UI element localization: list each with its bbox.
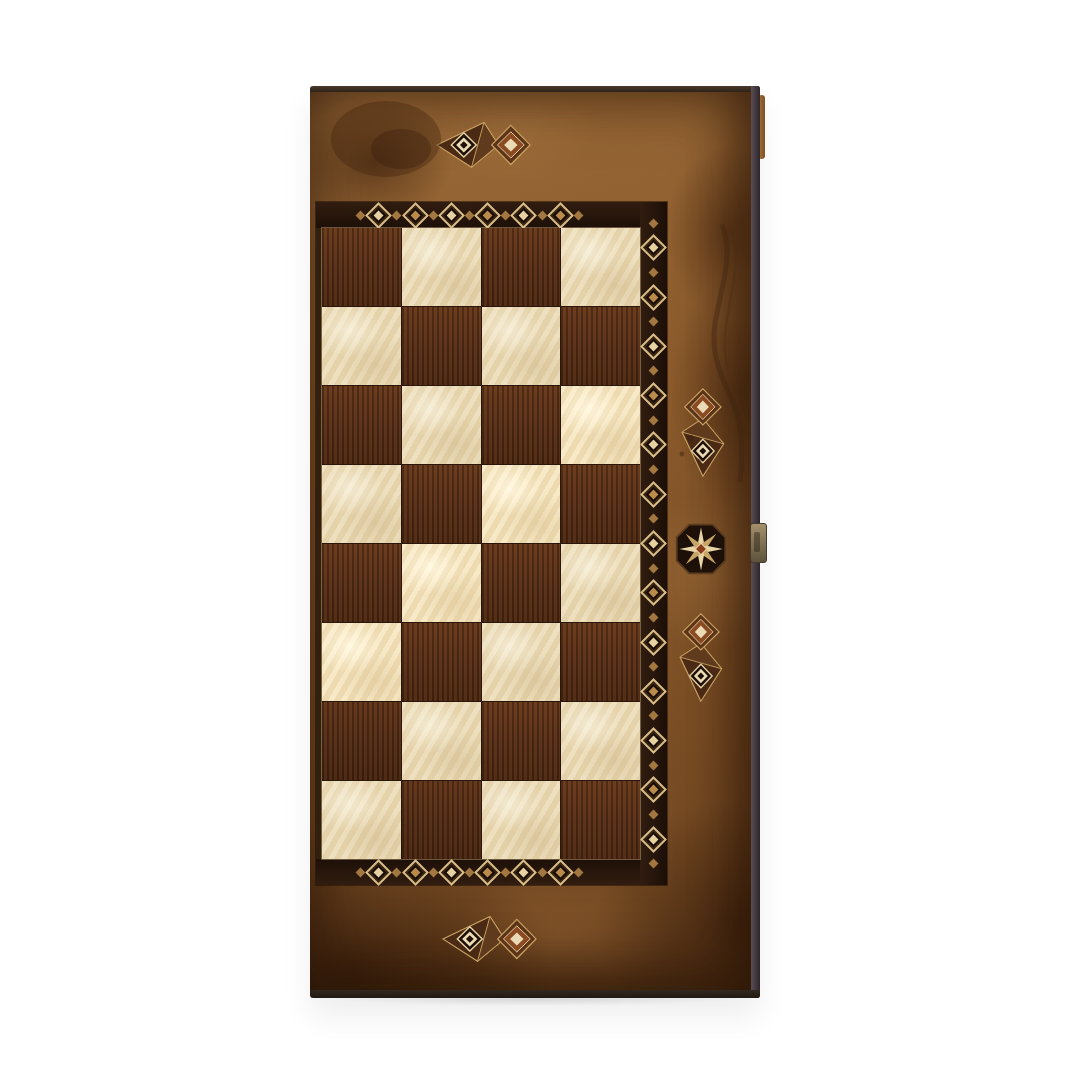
inlay-diamond-small [649,859,659,869]
kite-diamond-inlay-icon [674,613,726,703]
square-r6c1-light [322,623,401,701]
inlay-diamond-large [640,826,667,853]
inlay-diamond-small [649,612,659,622]
inlay-diamond-large [640,579,667,606]
square-r4c4-dark [561,465,640,543]
square-r2c3-light [482,307,561,385]
inlay-diamond-small [649,711,659,721]
square-r5c1-dark [322,544,401,622]
case-face-burl-wood [310,92,751,990]
square-r8c1-light [322,781,401,859]
square-r2c4-dark [561,307,640,385]
kite-diamond-inlay-icon [676,388,728,478]
inlay-diamond-small [649,810,659,820]
inlay-diamond-large [640,333,667,360]
inlay-diamond-large [640,678,667,705]
square-r3c4-light [561,386,640,464]
inlay-diamond-large [640,629,667,656]
square-r5c2-light [402,544,481,622]
square-r7c3-dark [482,702,561,780]
inlay-band-top [316,202,667,228]
inlay-diamond-large [438,859,465,886]
inlay-band-right [640,202,667,885]
inlay-border-frame [316,202,667,885]
inlay-diamond-large [640,530,667,557]
inlay-diamond-small [573,867,583,877]
inlay-diamond-small [649,465,659,475]
square-r1c4-light [561,228,640,306]
inlay-diamond-large [640,234,667,261]
square-r6c4-dark [561,623,640,701]
square-r4c2-dark [402,465,481,543]
wood-grain-blotch [326,94,446,184]
inlay-diamond-large [402,859,429,886]
kite-diamond-inlay-icon [441,910,537,966]
kite-diamond-inlay-icon [435,116,531,172]
inlay-diamond-large [640,776,667,803]
inlay-diamond-large [547,859,574,886]
square-r3c1-dark [322,386,401,464]
inlay-diamond-small [537,210,547,220]
square-r7c2-light [402,702,481,780]
square-r8c4-dark [561,781,640,859]
inlay-diamond-large [365,859,392,886]
inlay-diamond-large [365,202,392,229]
inlay-diamond-small [537,867,547,877]
inlay-diamond-small [649,760,659,770]
square-r5c4-light [561,544,640,622]
square-r7c4-light [561,702,640,780]
square-r2c2-dark [402,307,481,385]
inlay-diamond-large [640,382,667,409]
inlay-diamond-small [649,563,659,573]
square-r6c3-light [482,623,561,701]
chessboard-half [322,228,640,859]
inlay-diamond-large [547,202,574,229]
square-r3c2-light [402,386,481,464]
square-r8c2-dark [402,781,481,859]
inlay-band-bottom [316,859,667,885]
inlay-diamond-small [573,210,583,220]
inlay-diamond-small [649,267,659,277]
inlay-diamond-large [640,284,667,311]
square-r3c3-dark [482,386,561,464]
inlay-diamond-small [649,514,659,524]
inlay-diamond-large [474,202,501,229]
square-r4c3-light [482,465,561,543]
case-edge-bottom [310,990,760,998]
inlay-diamond-large [640,431,667,458]
inlay-diamond-large [510,202,537,229]
inlay-diamond-small [649,317,659,327]
inlay-diamond-large [402,202,429,229]
square-r8c3-light [482,781,561,859]
eight-point-star-inlay-icon [674,522,728,576]
square-r1c2-light [402,228,481,306]
inlay-diamond-small [649,662,659,672]
inlay-diamond-large [640,727,667,754]
case-edge-top [310,86,760,92]
photo-stage [0,0,1080,1080]
inlay-diamond-small [392,210,402,220]
inlay-diamond-small [649,415,659,425]
square-r1c3-dark [482,228,561,306]
square-r5c3-dark [482,544,561,622]
square-r6c2-dark [402,623,481,701]
brass-latch [750,523,767,563]
inlay-diamond-large [438,202,465,229]
square-r4c1-light [322,465,401,543]
square-r1c1-dark [322,228,401,306]
inlay-diamond-small [649,366,659,376]
square-r2c1-light [322,307,401,385]
inlay-diamond-small [649,218,659,228]
inlay-diamond-large [640,481,667,508]
square-r7c1-dark [322,702,401,780]
inlay-diamond-small [392,867,402,877]
inlay-diamond-large [510,859,537,886]
inlay-diamond-large [474,859,501,886]
backgammon-case [310,86,760,998]
